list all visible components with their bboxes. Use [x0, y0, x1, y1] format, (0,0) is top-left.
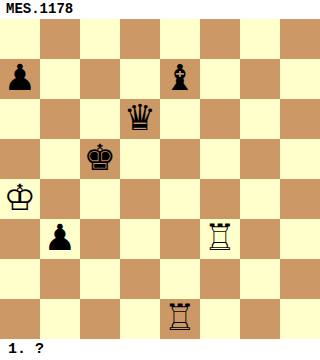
square-f6[interactable]: [200, 99, 240, 139]
square-e1[interactable]: ♖: [160, 299, 200, 339]
square-g6[interactable]: [240, 99, 280, 139]
square-d4[interactable]: [120, 179, 160, 219]
square-f7[interactable]: [200, 59, 240, 99]
square-c8[interactable]: [80, 19, 120, 59]
square-c6[interactable]: [80, 99, 120, 139]
square-e8[interactable]: [160, 19, 200, 59]
square-g5[interactable]: [240, 139, 280, 179]
square-c2[interactable]: [80, 259, 120, 299]
square-g4[interactable]: [240, 179, 280, 219]
square-a3[interactable]: [0, 219, 40, 259]
square-c4[interactable]: [80, 179, 120, 219]
square-b4[interactable]: [40, 179, 80, 219]
square-d8[interactable]: [120, 19, 160, 59]
square-h4[interactable]: [280, 179, 320, 219]
chess-puzzle-diagram: MES.1178 ♟♝♛♚♔♟♖♖ 1. ?: [0, 0, 320, 360]
square-b2[interactable]: [40, 259, 80, 299]
square-a7[interactable]: ♟: [0, 59, 40, 99]
square-b6[interactable]: [40, 99, 80, 139]
square-c1[interactable]: [80, 299, 120, 339]
square-g8[interactable]: [240, 19, 280, 59]
square-d7[interactable]: [120, 59, 160, 99]
square-h1[interactable]: [280, 299, 320, 339]
black-pawn: ♟: [44, 219, 76, 258]
square-a4[interactable]: ♔: [0, 179, 40, 219]
square-c3[interactable]: [80, 219, 120, 259]
square-d3[interactable]: [120, 219, 160, 259]
square-a5[interactable]: [0, 139, 40, 179]
white-rook: ♖: [204, 219, 236, 258]
square-f1[interactable]: [200, 299, 240, 339]
square-e7[interactable]: ♝: [160, 59, 200, 99]
square-b1[interactable]: [40, 299, 80, 339]
move-prompt: 1. ?: [0, 339, 320, 360]
square-d5[interactable]: [120, 139, 160, 179]
square-h6[interactable]: [280, 99, 320, 139]
puzzle-id: MES.1178: [0, 0, 320, 19]
square-b8[interactable]: [40, 19, 80, 59]
square-f5[interactable]: [200, 139, 240, 179]
square-c5[interactable]: ♚: [80, 139, 120, 179]
square-e6[interactable]: [160, 99, 200, 139]
square-b5[interactable]: [40, 139, 80, 179]
black-bishop: ♝: [164, 59, 196, 98]
square-f3[interactable]: ♖: [200, 219, 240, 259]
square-d6[interactable]: ♛: [120, 99, 160, 139]
square-e5[interactable]: [160, 139, 200, 179]
square-h5[interactable]: [280, 139, 320, 179]
white-king: ♔: [4, 179, 36, 218]
square-e4[interactable]: [160, 179, 200, 219]
square-g1[interactable]: [240, 299, 280, 339]
square-f8[interactable]: [200, 19, 240, 59]
square-a8[interactable]: [0, 19, 40, 59]
square-c7[interactable]: [80, 59, 120, 99]
square-f2[interactable]: [200, 259, 240, 299]
square-e2[interactable]: [160, 259, 200, 299]
square-b3[interactable]: ♟: [40, 219, 80, 259]
black-queen: ♛: [124, 99, 156, 138]
square-g2[interactable]: [240, 259, 280, 299]
square-g7[interactable]: [240, 59, 280, 99]
black-king: ♚: [84, 139, 116, 178]
square-h3[interactable]: [280, 219, 320, 259]
square-h8[interactable]: [280, 19, 320, 59]
square-d1[interactable]: [120, 299, 160, 339]
square-b7[interactable]: [40, 59, 80, 99]
square-h7[interactable]: [280, 59, 320, 99]
black-pawn: ♟: [4, 59, 36, 98]
square-h2[interactable]: [280, 259, 320, 299]
square-a6[interactable]: [0, 99, 40, 139]
chess-board: ♟♝♛♚♔♟♖♖: [0, 19, 320, 339]
square-a1[interactable]: [0, 299, 40, 339]
square-a2[interactable]: [0, 259, 40, 299]
white-rook: ♖: [164, 299, 196, 338]
square-f4[interactable]: [200, 179, 240, 219]
square-e3[interactable]: [160, 219, 200, 259]
square-g3[interactable]: [240, 219, 280, 259]
square-d2[interactable]: [120, 259, 160, 299]
